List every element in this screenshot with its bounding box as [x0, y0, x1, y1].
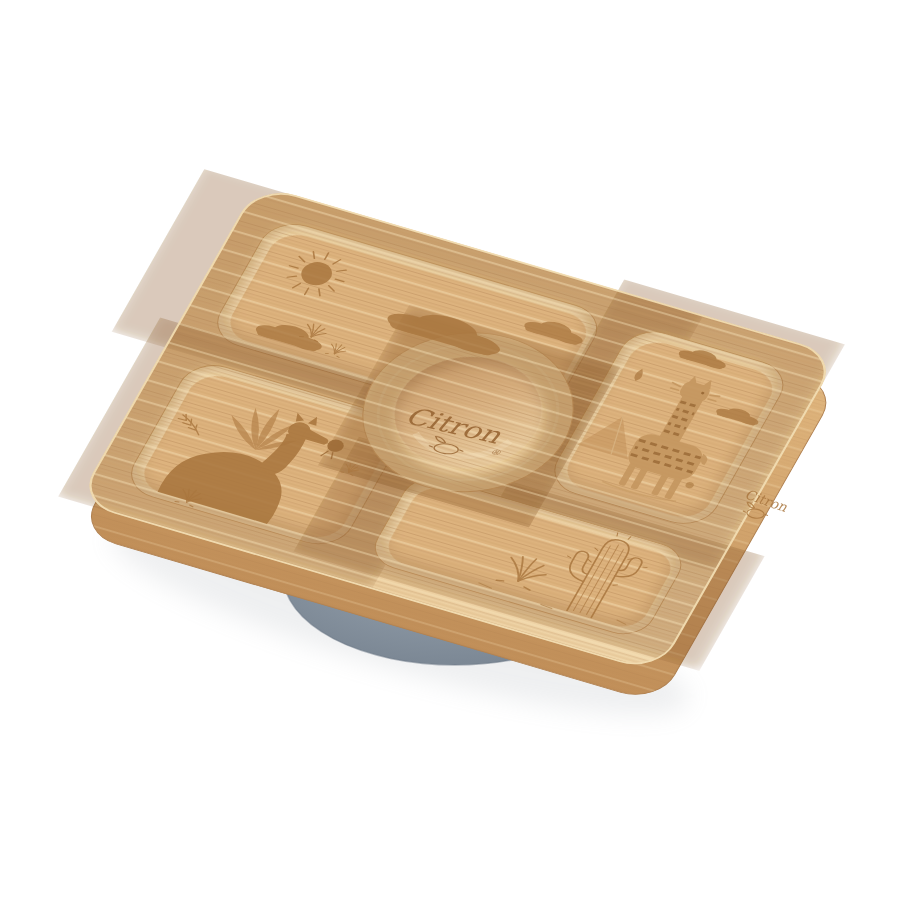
bamboo-plate-illustration: Citron ® Citron [0, 0, 900, 900]
product-photo-scene: Citron ® Citron [0, 0, 900, 900]
plate-top: Citron ® [78, 185, 838, 672]
